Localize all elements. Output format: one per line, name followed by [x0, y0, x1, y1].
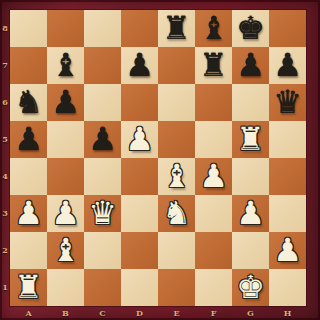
file-label-c: C	[84, 308, 121, 320]
square-c8[interactable]	[84, 10, 121, 47]
square-g4[interactable]	[232, 158, 269, 195]
square-b7[interactable]: ♝	[47, 47, 84, 84]
square-d5[interactable]: ♟	[121, 121, 158, 158]
piece-black-knight[interactable]: ♞	[10, 84, 47, 121]
square-e8[interactable]: ♜	[158, 10, 195, 47]
square-g7[interactable]: ♟	[232, 47, 269, 84]
square-f6[interactable]	[195, 84, 232, 121]
square-g3[interactable]: ♟	[232, 195, 269, 232]
rank-label-1: 1	[0, 269, 10, 306]
square-b3[interactable]: ♟	[47, 195, 84, 232]
rank-label-6: 6	[0, 84, 10, 121]
square-b5[interactable]	[47, 121, 84, 158]
piece-white-rook[interactable]: ♜	[10, 269, 47, 306]
square-c3[interactable]: ♛	[84, 195, 121, 232]
square-h6[interactable]: ♛	[269, 84, 306, 121]
square-b1[interactable]	[47, 269, 84, 306]
rank-label-8: 8	[0, 10, 10, 47]
square-d3[interactable]	[121, 195, 158, 232]
piece-white-bishop[interactable]: ♝	[47, 232, 84, 269]
square-a5[interactable]: ♟	[10, 121, 47, 158]
piece-white-pawn[interactable]: ♟	[269, 232, 306, 269]
piece-white-knight[interactable]: ♞	[158, 195, 195, 232]
piece-black-bishop[interactable]: ♝	[47, 47, 84, 84]
square-e3[interactable]: ♞	[158, 195, 195, 232]
square-f2[interactable]	[195, 232, 232, 269]
square-e7[interactable]	[158, 47, 195, 84]
square-a3[interactable]: ♟	[10, 195, 47, 232]
square-d8[interactable]	[121, 10, 158, 47]
square-h8[interactable]	[269, 10, 306, 47]
square-a8[interactable]	[10, 10, 47, 47]
square-b2[interactable]: ♝	[47, 232, 84, 269]
square-c2[interactable]	[84, 232, 121, 269]
file-label-g: G	[232, 308, 269, 320]
square-a6[interactable]: ♞	[10, 84, 47, 121]
piece-black-bishop[interactable]: ♝	[195, 10, 232, 47]
square-e1[interactable]	[158, 269, 195, 306]
piece-white-rook[interactable]: ♜	[232, 121, 269, 158]
piece-black-pawn[interactable]: ♟	[232, 47, 269, 84]
piece-white-pawn[interactable]: ♟	[47, 195, 84, 232]
piece-black-pawn[interactable]: ♟	[47, 84, 84, 121]
rank-label-4: 4	[0, 158, 10, 195]
piece-white-pawn[interactable]: ♟	[232, 195, 269, 232]
square-b8[interactable]	[47, 10, 84, 47]
piece-black-rook[interactable]: ♜	[195, 47, 232, 84]
piece-black-rook[interactable]: ♜	[158, 10, 195, 47]
square-e4[interactable]: ♝	[158, 158, 195, 195]
square-h2[interactable]: ♟	[269, 232, 306, 269]
square-c5[interactable]: ♟	[84, 121, 121, 158]
piece-black-pawn[interactable]: ♟	[121, 47, 158, 84]
square-h4[interactable]	[269, 158, 306, 195]
piece-black-queen[interactable]: ♛	[269, 84, 306, 121]
square-f8[interactable]: ♝	[195, 10, 232, 47]
file-label-f: F	[195, 308, 232, 320]
chess-board: ♜♝♚♝♟♜♟♟♞♟♛♟♟♟♜♝♟♟♟♛♞♟♝♟♜♚	[10, 10, 306, 306]
file-label-a: A	[10, 308, 47, 320]
square-g6[interactable]	[232, 84, 269, 121]
piece-black-pawn[interactable]: ♟	[269, 47, 306, 84]
rank-label-3: 3	[0, 195, 10, 232]
square-a4[interactable]	[10, 158, 47, 195]
square-h3[interactable]	[269, 195, 306, 232]
square-c4[interactable]	[84, 158, 121, 195]
square-e2[interactable]	[158, 232, 195, 269]
square-d1[interactable]	[121, 269, 158, 306]
piece-black-pawn[interactable]: ♟	[84, 121, 121, 158]
file-label-d: D	[121, 308, 158, 320]
rank-label-7: 7	[0, 47, 10, 84]
square-g1[interactable]: ♚	[232, 269, 269, 306]
square-b6[interactable]: ♟	[47, 84, 84, 121]
piece-white-king[interactable]: ♚	[232, 269, 269, 306]
square-g5[interactable]: ♜	[232, 121, 269, 158]
square-d4[interactable]	[121, 158, 158, 195]
rank-label-5: 5	[0, 121, 10, 158]
square-g8[interactable]: ♚	[232, 10, 269, 47]
square-d7[interactable]: ♟	[121, 47, 158, 84]
square-b4[interactable]	[47, 158, 84, 195]
square-h1[interactable]	[269, 269, 306, 306]
square-e6[interactable]	[158, 84, 195, 121]
square-e5[interactable]	[158, 121, 195, 158]
square-g2[interactable]	[232, 232, 269, 269]
square-c6[interactable]	[84, 84, 121, 121]
piece-white-pawn[interactable]: ♟	[10, 195, 47, 232]
piece-white-pawn[interactable]: ♟	[195, 158, 232, 195]
square-f3[interactable]	[195, 195, 232, 232]
square-d2[interactable]	[121, 232, 158, 269]
piece-white-pawn[interactable]: ♟	[121, 121, 158, 158]
square-f1[interactable]	[195, 269, 232, 306]
piece-black-pawn[interactable]: ♟	[10, 121, 47, 158]
square-c7[interactable]	[84, 47, 121, 84]
file-label-e: E	[158, 308, 195, 320]
file-label-b: B	[47, 308, 84, 320]
square-f4[interactable]: ♟	[195, 158, 232, 195]
piece-white-bishop[interactable]: ♝	[158, 158, 195, 195]
chess-diagram: ♜♝♚♝♟♜♟♟♞♟♛♟♟♟♜♝♟♟♟♛♞♟♝♟♜♚ 87654321ABCDE…	[0, 0, 320, 320]
square-f7[interactable]: ♜	[195, 47, 232, 84]
square-d6[interactable]	[121, 84, 158, 121]
rank-label-2: 2	[0, 232, 10, 269]
square-a7[interactable]	[10, 47, 47, 84]
square-f5[interactable]	[195, 121, 232, 158]
square-a1[interactable]: ♜	[10, 269, 47, 306]
square-h7[interactable]: ♟	[269, 47, 306, 84]
square-a2[interactable]	[10, 232, 47, 269]
piece-white-queen[interactable]: ♛	[84, 195, 121, 232]
square-h5[interactable]	[269, 121, 306, 158]
file-label-h: H	[269, 308, 306, 320]
square-c1[interactable]	[84, 269, 121, 306]
piece-black-king[interactable]: ♚	[232, 10, 269, 47]
